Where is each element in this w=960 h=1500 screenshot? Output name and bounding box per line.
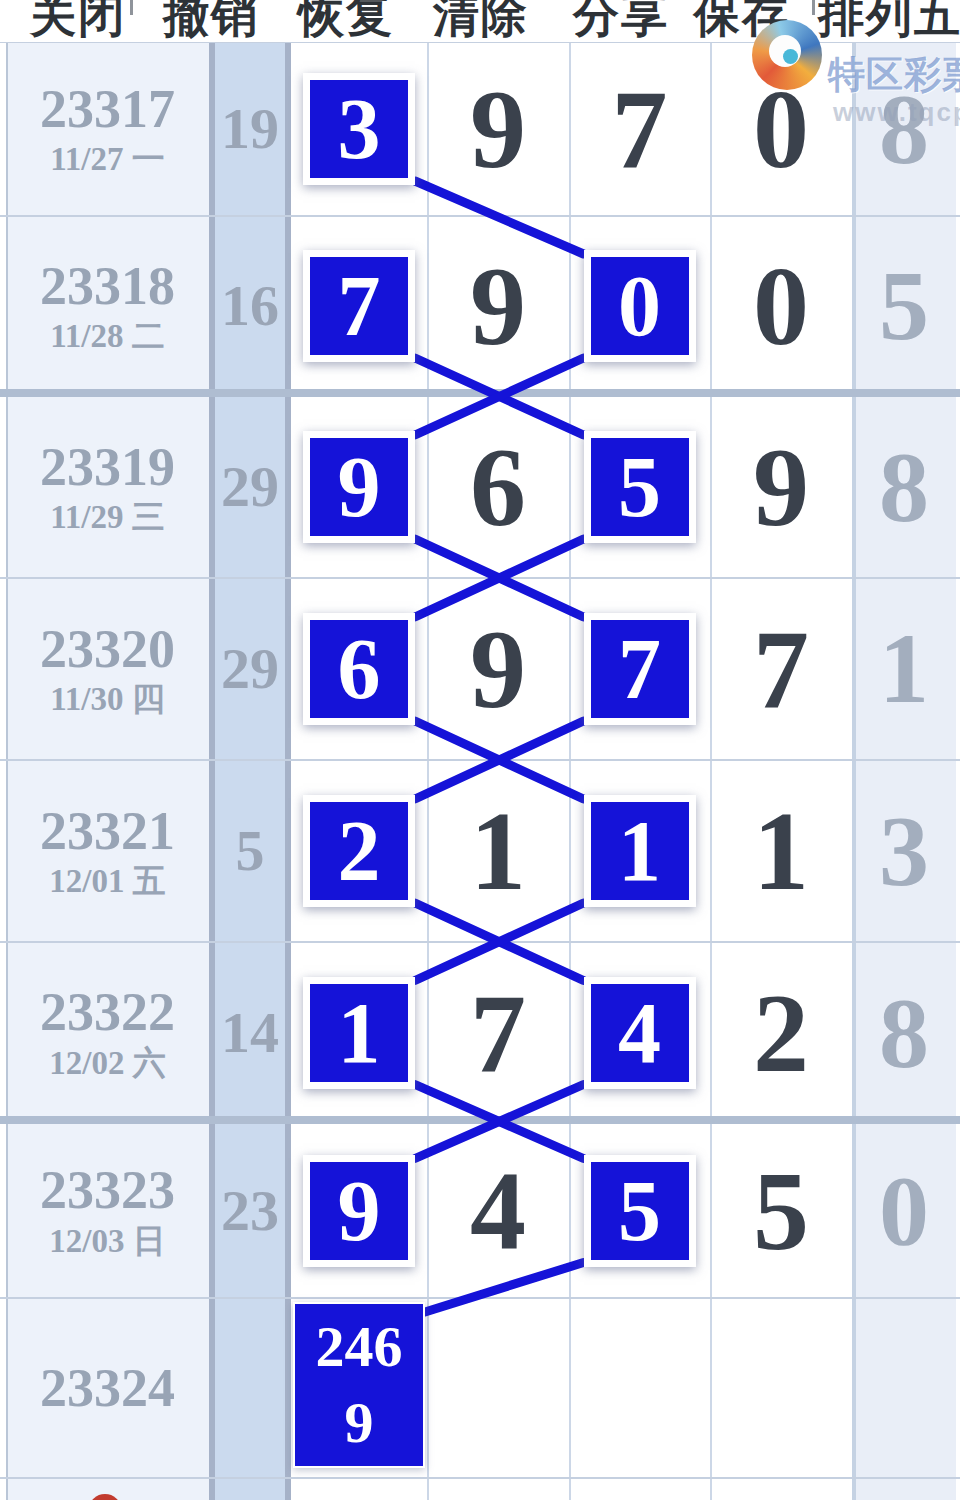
digit-cell[interactable]: 5 [710,1123,852,1298]
miss-count: 5 [236,822,265,880]
digit-cell[interactable]: 4 [569,942,710,1123]
digit-cell[interactable]: 5 [569,396,710,578]
digit-cell[interactable]: 1 [852,578,956,760]
highlight-box[interactable]: 1 [584,795,696,907]
period-cell: 2331711/27 一 [6,42,209,216]
digit: 9 [338,444,381,530]
digit-cell[interactable]: 1 [427,760,569,942]
digit: 9 [470,250,526,362]
digit: 7 [470,977,526,1089]
digit: 6 [470,431,526,543]
highlight-box[interactable]: 2 [303,795,415,907]
undo-button[interactable]: 撤销 [163,0,259,47]
digit: 0 [753,73,809,185]
miss-count: 23 [221,1182,279,1240]
highlight-box[interactable]: 7 [303,250,415,362]
annotation-digits: 9 [345,1385,374,1461]
digit-cell[interactable]: 7 [427,942,569,1123]
digit-cell[interactable]: 7 [291,216,427,396]
miss-count-cell: 14 [209,942,291,1123]
annotation-note-box[interactable]: 2469 [293,1302,425,1468]
digit: 0 [879,1161,929,1261]
digit-cell[interactable]: 6 [291,578,427,760]
period-label: 23324 [40,1360,175,1417]
digit: 3 [338,86,381,172]
digit-cell[interactable]: 1 [569,760,710,942]
miss-count-cell: 23 [209,1123,291,1298]
digit: 7 [612,73,668,185]
toolbar-separator [130,0,133,15]
digit: 7 [338,263,381,349]
clear-button[interactable]: 清除 [433,0,529,47]
digit-cell[interactable]: 8 [852,396,956,578]
digit: 1 [879,619,929,719]
game-title[interactable]: 排列五 [818,0,960,47]
highlight-box[interactable]: 5 [584,1155,696,1267]
digit-cell[interactable]: 9 [710,396,852,578]
digit: 9 [470,613,526,725]
digit-cell[interactable]: 7 [710,578,852,760]
digit: 7 [618,626,661,712]
digit: 1 [753,795,809,907]
highlight-box[interactable]: 6 [303,613,415,725]
digit: 9 [470,73,526,185]
digit-cell[interactable]: 9 [427,42,569,216]
date-label: 12/01 五 [49,863,165,899]
date-label: 11/30 四 [50,681,165,717]
period-label: 23317 [40,81,175,138]
period-cell: 2331811/28 二 [6,216,209,396]
digit: 0 [753,250,809,362]
highlight-box[interactable]: 9 [303,431,415,543]
digit-cell[interactable]: 0 [710,216,852,396]
digit-cell[interactable]: 6 [427,396,569,578]
digit: 5 [618,444,661,530]
annotation-digits: 246 [316,1309,403,1385]
highlight-box[interactable]: 9 [303,1155,415,1267]
digit-cell[interactable]: 9 [291,396,427,578]
period-cell: 2332011/30 四 [6,578,209,760]
site-name-watermark: 特区彩票网 [828,50,960,100]
period-label: 23322 [40,984,175,1041]
miss-count-cell: 29 [209,396,291,578]
period-cell: 2332212/02 六 [6,942,209,1123]
date-label: 11/29 三 [50,499,165,535]
digit: 5 [879,256,929,356]
digit: 6 [338,626,381,712]
period-label: 23323 [40,1162,175,1219]
highlight-box[interactable]: 0 [584,250,696,362]
digit: 8 [879,437,929,537]
miss-count: 29 [221,458,279,516]
digit: 3 [879,801,929,901]
miss-count-cell: 16 [209,216,291,396]
date-label: 12/02 六 [49,1045,165,1081]
digit-cell[interactable]: 8 [852,942,956,1123]
period-cell: 23324 [6,1298,209,1478]
digit-cell[interactable]: 2 [710,942,852,1123]
miss-count: 16 [221,277,279,335]
site-url-watermark: www.tqcp.net [833,97,960,128]
miss-count: 14 [221,1004,279,1062]
share-button[interactable]: 分享 [573,0,669,47]
miss-count-cell: 5 [209,760,291,942]
digit: 8 [879,983,929,1083]
digit-cell[interactable]: 7 [569,578,710,760]
digit-cell[interactable]: 3 [852,760,956,942]
close-button[interactable]: 关闭 [30,0,126,47]
period-cell: 2332112/01 五 [6,760,209,942]
digit: 2 [753,977,809,1089]
digit-cell[interactable]: 7 [569,42,710,216]
digit: 9 [338,1168,381,1254]
digit-cell[interactable]: 5 [852,216,956,396]
digit-cell[interactable]: 2 [291,760,427,942]
digit-cell[interactable]: 9 [427,578,569,760]
site-logo-swirl-icon [752,20,822,90]
miss-count: 19 [221,100,279,158]
lottery-chart-screen: 关闭 撤销 恢复 清除 分享 保存 排列五 特区彩票网 www.tqcp.net… [0,0,960,1500]
period-cell: 2332312/03 日 [6,1123,209,1298]
digit: 4 [618,990,661,1076]
toolbar-separator [812,0,815,15]
digit-cell[interactable]: 5 [569,1123,710,1298]
period-label: 23319 [40,439,175,496]
digit: 9 [753,431,809,543]
digit-cell[interactable]: 0 [852,1123,956,1298]
digit: 4 [470,1155,526,1267]
digit-cell[interactable]: 3 [291,42,427,216]
date-label: 11/28 二 [50,318,165,354]
highlight-box[interactable]: 1 [303,977,415,1089]
period-label: 23321 [40,803,175,860]
miss-count: 29 [221,640,279,698]
highlight-box[interactable]: 5 [584,431,696,543]
date-label: 11/27 一 [50,141,165,177]
digit: 2 [338,808,381,894]
period-cell: 2331911/29 三 [6,396,209,578]
digit-cell[interactable]: 4 [427,1123,569,1298]
digit: 1 [338,990,381,1076]
digit-cell[interactable]: 0 [569,216,710,396]
digit-cell[interactable]: 1 [710,760,852,942]
digit: 0 [618,263,661,349]
digit: 5 [753,1155,809,1267]
miss-count-cell: 19 [209,42,291,216]
period-label: 23318 [40,258,175,315]
digit: 1 [618,808,661,894]
digit: 1 [470,795,526,907]
period-label: 23320 [40,621,175,678]
digit-cell[interactable]: 9 [427,216,569,396]
highlight-box[interactable]: 7 [584,613,696,725]
digit: 7 [753,613,809,725]
highlight-box[interactable]: 3 [303,73,415,185]
digit: 5 [618,1168,661,1254]
digit-cell[interactable]: 1 [291,942,427,1123]
miss-count-cell: 29 [209,578,291,760]
date-label: 12/03 日 [49,1223,165,1259]
redo-button[interactable]: 恢复 [298,0,394,47]
highlight-box[interactable]: 4 [584,977,696,1089]
digit-cell[interactable]: 9 [291,1123,427,1298]
